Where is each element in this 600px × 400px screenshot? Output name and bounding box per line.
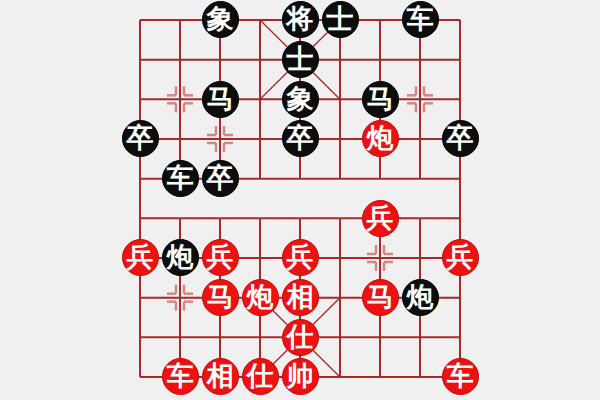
- piece-red-advisor[interactable]: 仕: [242, 358, 279, 395]
- piece-black-cannon[interactable]: 炮: [402, 279, 439, 316]
- piece-black-chariot[interactable]: 车: [162, 160, 199, 197]
- piece-black-elephant[interactable]: 象: [282, 81, 319, 118]
- piece-red-soldier[interactable]: 兵: [202, 239, 239, 276]
- piece-black-horse[interactable]: 马: [202, 81, 239, 118]
- piece-black-chariot[interactable]: 车: [402, 1, 439, 38]
- piece-black-horse[interactable]: 马: [362, 81, 399, 118]
- piece-red-soldier[interactable]: 兵: [442, 239, 479, 276]
- piece-red-general[interactable]: 帅: [282, 358, 319, 395]
- piece-black-cannon[interactable]: 炮: [162, 239, 199, 276]
- piece-red-horse[interactable]: 马: [202, 279, 239, 316]
- piece-black-general[interactable]: 将: [282, 1, 319, 38]
- piece-red-chariot[interactable]: 车: [162, 358, 199, 395]
- piece-red-elephant[interactable]: 相: [282, 279, 319, 316]
- xiangqi-board: 象将士车士马象马卒卒炮卒车卒兵兵炮兵兵兵马炮相马炮仕车相仕帅车: [0, 0, 600, 400]
- piece-black-soldier[interactable]: 卒: [122, 120, 159, 157]
- piece-red-soldier[interactable]: 兵: [282, 239, 319, 276]
- piece-red-cannon[interactable]: 炮: [362, 120, 399, 157]
- piece-red-cannon[interactable]: 炮: [242, 279, 279, 316]
- piece-red-chariot[interactable]: 车: [442, 358, 479, 395]
- piece-red-elephant[interactable]: 相: [202, 358, 239, 395]
- piece-black-soldier[interactable]: 卒: [202, 160, 239, 197]
- piece-black-advisor[interactable]: 士: [322, 1, 359, 38]
- piece-red-soldier[interactable]: 兵: [122, 239, 159, 276]
- piece-red-horse[interactable]: 马: [362, 279, 399, 316]
- piece-red-soldier[interactable]: 兵: [362, 200, 399, 237]
- piece-red-advisor[interactable]: 仕: [282, 319, 319, 356]
- piece-black-soldier[interactable]: 卒: [282, 120, 319, 157]
- piece-layer: 象将士车士马象马卒卒炮卒车卒兵兵炮兵兵兵马炮相马炮仕车相仕帅车: [120, 0, 480, 397]
- piece-black-elephant[interactable]: 象: [202, 1, 239, 38]
- piece-black-soldier[interactable]: 卒: [442, 120, 479, 157]
- piece-black-advisor[interactable]: 士: [282, 41, 319, 78]
